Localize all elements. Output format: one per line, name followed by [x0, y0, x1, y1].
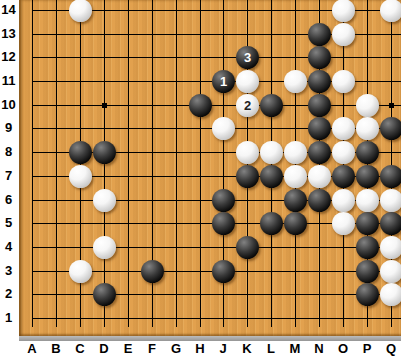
stone-N10: [308, 94, 331, 117]
stone-Q2: [380, 283, 401, 306]
stone-N6: [308, 189, 331, 212]
stone-O14: [332, 0, 355, 22]
stone-O13: [332, 23, 355, 46]
stone-D2: [93, 283, 116, 306]
stone-O8: [332, 141, 355, 164]
stone-N7: [308, 165, 331, 188]
row-label: 10: [0, 97, 17, 113]
stone-L10: [260, 94, 283, 117]
row-label: 13: [0, 26, 17, 42]
row-label: 14: [0, 2, 17, 18]
grid-line-vertical: [176, 0, 177, 327]
row-label: 11: [0, 73, 17, 89]
row-label: 9: [0, 120, 17, 136]
grid-line-horizontal: [32, 57, 401, 58]
grid-line-vertical: [32, 0, 33, 327]
row-label: 8: [0, 144, 17, 160]
column-label: L: [263, 342, 279, 356]
stone-D4: [93, 236, 116, 259]
stone-M5: [284, 212, 307, 235]
stone-Q9: [380, 117, 401, 140]
stone-C14: [69, 0, 92, 22]
grid-line-horizontal: [32, 294, 401, 295]
grid-line-horizontal: [32, 318, 401, 319]
row-label: 2: [0, 286, 17, 302]
stone-L5: [260, 212, 283, 235]
move-number: 3: [244, 51, 251, 64]
stone-P4: [356, 236, 379, 259]
stone-Q7: [380, 165, 401, 188]
stone-P10: [356, 94, 379, 117]
stone-M11: [284, 70, 307, 93]
row-label: 1: [0, 310, 17, 326]
stone-K12: 3: [236, 46, 259, 69]
stone-P3: [356, 260, 379, 283]
column-label: J: [215, 342, 231, 356]
row-label: 5: [0, 215, 17, 231]
grid-line-horizontal: [32, 247, 401, 248]
column-label: O: [335, 342, 351, 356]
stone-O7: [332, 165, 355, 188]
stone-K10: 2: [236, 94, 259, 117]
stone-N11: [308, 70, 331, 93]
stone-N13: [308, 23, 331, 46]
stone-O9: [332, 117, 355, 140]
stone-J11: 1: [212, 70, 235, 93]
goban[interactable]: 312: [19, 0, 401, 336]
column-label: P: [359, 342, 375, 356]
stone-F3: [141, 260, 164, 283]
star-point: [389, 103, 394, 108]
stone-H10: [189, 94, 212, 117]
stone-M7: [284, 165, 307, 188]
column-label: M: [287, 342, 303, 356]
move-number: 2: [244, 99, 251, 112]
stone-J6: [212, 189, 235, 212]
row-label: 7: [0, 168, 17, 184]
stone-K4: [236, 236, 259, 259]
stone-Q5: [380, 212, 401, 235]
grid-line-vertical: [56, 0, 57, 327]
column-coordinates: ABCDEFGHJKLMNOPQ: [0, 341, 401, 356]
column-label: H: [192, 342, 208, 356]
stone-P8: [356, 141, 379, 164]
stone-K11: [236, 70, 259, 93]
stone-C3: [69, 260, 92, 283]
go-diagram: 312 1413121110987654321 ABCDEFGHJKLMNOPQ: [0, 0, 401, 356]
grid-line-horizontal: [32, 105, 401, 106]
stone-O6: [332, 189, 355, 212]
star-point: [102, 103, 107, 108]
move-number: 1: [220, 75, 227, 88]
grid-line-vertical: [128, 0, 129, 327]
stone-J3: [212, 260, 235, 283]
stone-P5: [356, 212, 379, 235]
stone-J9: [212, 117, 235, 140]
column-label: B: [48, 342, 64, 356]
row-coordinates: 1413121110987654321: [0, 0, 19, 336]
stone-Q3: [380, 260, 401, 283]
column-label: G: [168, 342, 184, 356]
stone-Q14: [380, 0, 401, 22]
grid-line-vertical: [200, 0, 201, 327]
stone-P2: [356, 283, 379, 306]
column-label: F: [144, 342, 160, 356]
stone-Q4: [380, 236, 401, 259]
column-label: N: [311, 342, 327, 356]
column-label: E: [120, 342, 136, 356]
stone-P7: [356, 165, 379, 188]
row-label: 6: [0, 192, 17, 208]
row-label: 12: [0, 49, 17, 65]
stone-N9: [308, 117, 331, 140]
stone-N8: [308, 141, 331, 164]
column-label: A: [24, 342, 40, 356]
stone-M6: [284, 189, 307, 212]
row-label: 3: [0, 263, 17, 279]
stone-Q6: [380, 189, 401, 212]
stone-D8: [93, 141, 116, 164]
column-label: Q: [383, 342, 399, 356]
stone-K8: [236, 141, 259, 164]
stone-P6: [356, 189, 379, 212]
stone-C7: [69, 165, 92, 188]
stone-K7: [236, 165, 259, 188]
stone-L7: [260, 165, 283, 188]
stone-J5: [212, 212, 235, 235]
stone-P9: [356, 117, 379, 140]
stone-M8: [284, 141, 307, 164]
stone-O11: [332, 70, 355, 93]
stone-O5: [332, 212, 355, 235]
stone-L8: [260, 141, 283, 164]
column-label: K: [239, 342, 255, 356]
stone-C8: [69, 141, 92, 164]
column-label: C: [72, 342, 88, 356]
stone-N12: [308, 46, 331, 69]
stone-D6: [93, 189, 116, 212]
column-label: D: [96, 342, 112, 356]
row-label: 4: [0, 239, 17, 255]
